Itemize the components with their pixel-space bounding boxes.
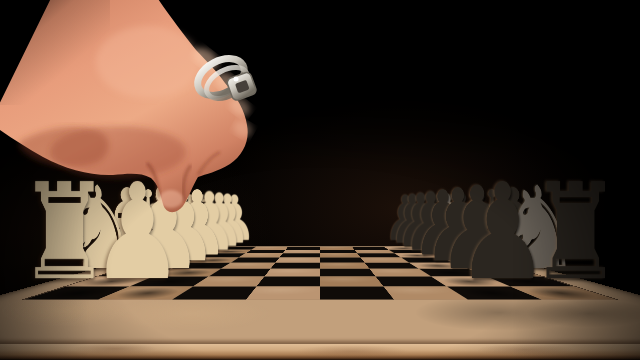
- square-c4: [264, 269, 320, 277]
- wrist-shadow: [0, 0, 110, 105]
- chess-board-grid: ♜♟♟♜♞♟♟♞♝♟♟♝♚♟♟♚♛♟♟♛♝♟♟♝♞♟♟♞♜♟♟♜: [24, 247, 615, 300]
- square-a7: ♟: [447, 286, 542, 299]
- square-c5: [320, 269, 376, 277]
- black-rook: ♜: [529, 166, 622, 299]
- square-a2: ♟: [98, 286, 193, 299]
- scene: ♜♟♟♜♞♟♟♞♝♟♟♝♚♟♟♚♛♟♟♛♝♟♟♝♞♟♟♞♜♟♟♜: [0, 0, 640, 360]
- ring-glint: [234, 77, 239, 82]
- square-c3: [209, 269, 271, 277]
- board-front-edge: [0, 344, 640, 360]
- square-b5: [320, 277, 383, 287]
- board-border-reflections: [0, 300, 640, 345]
- square-a4: [246, 286, 320, 299]
- square-b4: [257, 277, 320, 287]
- player-hand: [0, 0, 300, 235]
- square-b3: [193, 277, 264, 287]
- square-a5: [320, 286, 394, 299]
